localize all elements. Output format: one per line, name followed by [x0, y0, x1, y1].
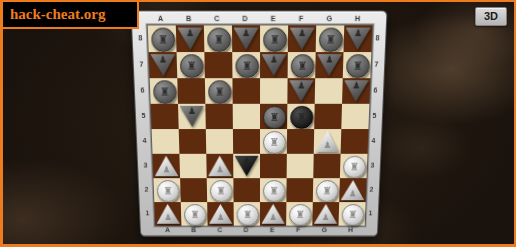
cone-shape	[234, 156, 258, 176]
square-f5[interactable]: ♜	[287, 104, 315, 129]
disc-glyph-icon: ♜	[349, 162, 359, 173]
square-h5[interactable]	[341, 104, 369, 129]
piece-gray-cone[interactable]: ♟	[233, 28, 258, 50]
piece-gray-cone[interactable]: ♟	[345, 28, 371, 50]
square-h3[interactable]: ♜	[339, 154, 367, 178]
disc-glyph-icon: ♜	[213, 34, 223, 46]
piece-gray-cone[interactable]: ♟	[289, 28, 314, 50]
piece-white-disc[interactable]: ♜	[341, 204, 364, 226]
cone-shape	[154, 156, 178, 176]
disc-glyph-icon: ♜	[296, 112, 306, 123]
piece-gray-cone[interactable]: ♟	[150, 54, 175, 76]
view-3d-toggle-button[interactable]: 3D	[475, 7, 507, 26]
square-f1[interactable]: ♜	[286, 202, 313, 226]
rank-label-right-8: 8	[371, 24, 383, 51]
file-labels-top: ABCDEFGH	[146, 14, 372, 25]
square-b1[interactable]: ♜	[180, 202, 207, 226]
disc-glyph-icon: ♜	[269, 112, 279, 123]
file-label-bottom-e: E	[259, 226, 285, 235]
rank-label-right-2: 2	[365, 177, 377, 201]
file-label-bottom-f: F	[285, 226, 311, 235]
square-f8[interactable]: ♟	[287, 25, 315, 52]
square-b7[interactable]: ♜	[176, 52, 204, 78]
rank-label-right-1: 1	[364, 201, 376, 225]
disc-glyph-icon: ♜	[186, 60, 196, 71]
rank-label-right-3: 3	[366, 153, 378, 177]
square-e2[interactable]: ♜	[259, 178, 286, 202]
cone-shape	[177, 28, 202, 50]
file-label-bottom-a: A	[154, 226, 180, 235]
square-h7[interactable]: ♜	[342, 52, 371, 78]
piece-white-cone[interactable]: ♟	[207, 156, 231, 176]
disc-glyph-icon: ♜	[190, 210, 200, 220]
square-h2[interactable]: ♟	[339, 178, 366, 202]
file-label-top-e: E	[259, 14, 287, 25]
file-label-bottom-b: B	[180, 226, 206, 235]
board: ♜♟♜♟♜♟♜♟♟♜♜♟♜♟♜♜♜♟♟♟♜♜♜♟♟♟♟♜♜♜♜♜♟♟♜♟♜♟♜♟…	[146, 24, 373, 226]
piece-white-cone[interactable]: ♟	[340, 180, 364, 200]
rank-label-left-4: 4	[138, 128, 150, 153]
square-a7[interactable]: ♟	[148, 52, 177, 78]
rank-label-left-5: 5	[137, 103, 149, 128]
piece-white-disc[interactable]: ♜	[315, 180, 338, 202]
rank-label-right-5: 5	[368, 103, 380, 128]
square-h8[interactable]: ♟	[343, 25, 372, 52]
file-label-top-c: C	[202, 14, 230, 25]
file-label-top-g: G	[315, 14, 343, 25]
piece-gray-cone[interactable]: ♟	[177, 28, 202, 50]
square-e4[interactable]: ♜	[259, 129, 286, 154]
square-a3[interactable]: ♟	[152, 154, 180, 178]
piece-white-disc[interactable]: ♜	[236, 204, 258, 226]
disc-glyph-icon: ♜	[214, 86, 224, 97]
cone-shape	[233, 28, 258, 50]
piece-white-cone[interactable]: ♟	[155, 204, 179, 224]
square-e1[interactable]: ♟	[259, 202, 285, 226]
square-f2[interactable]	[286, 178, 313, 202]
square-g7[interactable]: ♟	[315, 52, 343, 78]
square-c5[interactable]	[205, 104, 233, 129]
rank-label-left-6: 6	[136, 77, 148, 103]
rank-label-right-7: 7	[370, 51, 382, 77]
square-b5[interactable]: ♟	[178, 104, 206, 129]
cone-shape	[315, 131, 339, 152]
cone-shape	[261, 54, 286, 76]
square-f7[interactable]: ♜	[287, 52, 315, 78]
file-label-top-a: A	[146, 14, 174, 25]
disc-glyph-icon: ♜	[297, 60, 307, 71]
square-h6[interactable]: ♟	[342, 78, 370, 104]
square-b8[interactable]: ♟	[175, 25, 204, 52]
cone-shape	[343, 80, 368, 102]
piece-gray-disc[interactable]: ♜	[345, 54, 369, 78]
cone-shape	[313, 204, 337, 224]
file-label-bottom-g: G	[311, 226, 337, 235]
piece-gray-disc[interactable]: ♜	[179, 54, 203, 78]
rank-label-left-2: 2	[140, 177, 152, 201]
square-h4[interactable]	[340, 129, 368, 154]
cone-shape	[289, 28, 314, 50]
piece-white-disc[interactable]: ♜	[289, 204, 312, 226]
disc-glyph-icon: ♜	[242, 60, 252, 71]
square-e3[interactable]	[259, 154, 286, 178]
disc-glyph-icon: ♜	[352, 60, 363, 71]
square-d1[interactable]: ♜	[233, 202, 259, 226]
piece-gray-disc[interactable]: ♜	[207, 28, 231, 52]
square-b2[interactable]	[180, 178, 207, 202]
piece-gray-cone[interactable]: ♟	[288, 80, 313, 102]
piece-white-disc[interactable]: ♜	[262, 131, 285, 154]
piece-gray-disc[interactable]: ♜	[207, 80, 231, 104]
rank-label-right-4: 4	[367, 128, 379, 153]
square-f6[interactable]: ♟	[287, 78, 315, 104]
square-d7[interactable]: ♜	[232, 52, 260, 78]
square-d5[interactable]	[232, 104, 259, 129]
square-a6[interactable]: ♜	[149, 78, 177, 104]
square-a1[interactable]: ♟	[154, 202, 181, 226]
square-c1[interactable]: ♟	[207, 202, 234, 226]
cone-shape	[208, 204, 232, 224]
cone-shape	[179, 106, 204, 127]
disc-glyph-icon: ♜	[295, 210, 305, 220]
piece-white-cone[interactable]: ♟	[315, 131, 339, 152]
cone-shape	[207, 156, 231, 176]
square-h1[interactable]: ♜	[338, 202, 365, 226]
piece-white-disc[interactable]: ♜	[262, 180, 285, 202]
piece-white-disc[interactable]: ♜	[209, 180, 232, 202]
square-c8[interactable]: ♜	[203, 25, 231, 52]
board-wrap: ABCDEFGH ABCDEFGH 87654321 87654321 ♜♟♜♟…	[130, 10, 387, 236]
square-e6[interactable]	[260, 78, 288, 104]
square-b4[interactable]	[178, 129, 206, 154]
piece-black-cone[interactable]: ♟	[234, 156, 258, 176]
cone-shape	[340, 180, 364, 200]
square-c2[interactable]: ♜	[206, 178, 233, 202]
piece-gray-disc[interactable]: ♜	[290, 54, 314, 78]
file-label-top-d: D	[230, 14, 258, 25]
square-d3[interactable]: ♟	[233, 154, 260, 178]
piece-white-disc[interactable]: ♜	[156, 180, 179, 202]
piece-gray-cone[interactable]: ♟	[343, 80, 368, 102]
cone-shape	[316, 54, 341, 76]
piece-black-disc[interactable]: ♜	[290, 106, 314, 129]
disc-glyph-icon: ♜	[157, 34, 168, 46]
square-g3[interactable]	[313, 154, 340, 178]
square-a4[interactable]	[151, 129, 179, 154]
piece-white-cone[interactable]: ♟	[154, 156, 178, 176]
disc-glyph-icon: ♜	[347, 210, 357, 220]
square-g1[interactable]: ♟	[312, 202, 339, 226]
piece-white-disc[interactable]: ♜	[342, 156, 366, 178]
square-c6[interactable]: ♜	[204, 78, 232, 104]
square-c4[interactable]	[205, 129, 232, 154]
rank-label-right-6: 6	[369, 77, 381, 103]
disc-glyph-icon: ♜	[159, 86, 169, 97]
piece-white-cone[interactable]: ♟	[261, 204, 284, 224]
square-b3[interactable]	[179, 154, 206, 178]
board-frame: ABCDEFGH ABCDEFGH 87654321 87654321 ♜♟♜♟…	[130, 10, 387, 236]
piece-gray-cone[interactable]: ♟	[261, 54, 286, 76]
cone-shape	[261, 204, 284, 224]
square-g6[interactable]	[314, 78, 342, 104]
disc-glyph-icon: ♜	[242, 210, 252, 220]
piece-gray-disc[interactable]: ♜	[318, 28, 342, 52]
piece-gray-disc[interactable]: ♜	[150, 28, 175, 52]
square-f4[interactable]	[286, 129, 313, 154]
disc-glyph-icon: ♜	[325, 34, 336, 46]
square-g5[interactable]	[314, 104, 342, 129]
square-g2[interactable]: ♜	[312, 178, 339, 202]
rank-label-left-3: 3	[139, 153, 151, 177]
piece-gray-disc[interactable]: ♜	[263, 106, 286, 129]
screenshot-viewport: ABCDEFGH ABCDEFGH 87654321 87654321 ♜♟♜♟…	[0, 0, 516, 247]
file-labels-bottom: ABCDEFGH	[154, 226, 363, 235]
square-e5[interactable]: ♜	[260, 104, 287, 129]
square-f3[interactable]	[286, 154, 313, 178]
piece-gray-disc[interactable]: ♜	[235, 54, 259, 78]
square-c3[interactable]: ♟	[206, 154, 233, 178]
file-label-top-f: F	[287, 14, 315, 25]
disc-glyph-icon: ♜	[269, 34, 279, 46]
square-e8[interactable]: ♜	[260, 25, 288, 52]
square-d6[interactable]	[232, 78, 260, 104]
disc-glyph-icon: ♜	[269, 137, 279, 148]
square-b6[interactable]	[177, 78, 205, 104]
square-d2[interactable]	[233, 178, 260, 202]
watermark-text: hack-cheat.org	[3, 2, 139, 29]
piece-white-disc[interactable]: ♜	[183, 204, 206, 226]
square-c7[interactable]	[204, 52, 232, 78]
piece-gray-disc[interactable]: ♜	[263, 28, 287, 52]
rank-label-left-7: 7	[135, 51, 147, 77]
piece-white-cone[interactable]: ♟	[313, 204, 337, 224]
piece-gray-disc[interactable]: ♜	[152, 80, 176, 104]
square-e7[interactable]: ♟	[260, 52, 288, 78]
piece-white-cone[interactable]: ♟	[208, 204, 232, 224]
file-label-bottom-c: C	[206, 226, 232, 235]
piece-gray-cone[interactable]: ♟	[179, 106, 204, 127]
disc-glyph-icon: ♜	[322, 186, 332, 197]
disc-glyph-icon: ♜	[269, 186, 279, 197]
rank-label-left-1: 1	[141, 201, 153, 225]
square-d8[interactable]: ♟	[231, 25, 259, 52]
file-label-bottom-d: D	[232, 226, 258, 235]
disc-glyph-icon: ♜	[163, 186, 173, 197]
square-a8[interactable]: ♜	[147, 25, 176, 52]
cone-shape	[288, 80, 313, 102]
cone-shape	[155, 204, 179, 224]
square-a5[interactable]	[150, 104, 178, 129]
square-g8[interactable]: ♜	[315, 25, 344, 52]
square-g4[interactable]: ♟	[313, 129, 341, 154]
cone-shape	[345, 28, 371, 50]
square-d4[interactable]	[232, 129, 259, 154]
file-label-top-b: B	[174, 14, 202, 25]
square-a2[interactable]: ♜	[153, 178, 180, 202]
file-label-bottom-h: H	[337, 226, 363, 235]
disc-glyph-icon: ♜	[216, 186, 226, 197]
piece-gray-cone[interactable]: ♟	[316, 54, 341, 76]
cone-shape	[150, 54, 175, 76]
file-label-top-h: H	[343, 14, 371, 25]
